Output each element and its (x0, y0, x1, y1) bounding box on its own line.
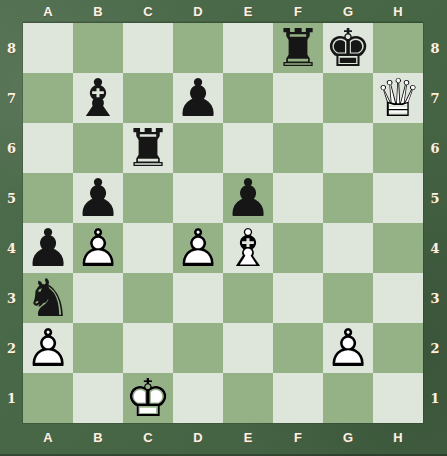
file-label-bottom-e: E (223, 423, 273, 456)
white-piece-outline: ♙ (23, 323, 73, 373)
black-piece-glyph: ♟ (223, 173, 273, 223)
square-a3[interactable]: ♞ (23, 273, 73, 323)
piece-black-pawn[interactable]: ♟ (173, 73, 223, 123)
rank-labels-right: 87654321 (423, 23, 447, 423)
white-piece-outline: ♙ (73, 223, 123, 273)
square-h7[interactable]: ♛♕ (373, 73, 423, 123)
rank-label-left-1: 1 (0, 373, 23, 423)
square-d6[interactable] (173, 123, 223, 173)
piece-black-pawn[interactable]: ♟ (73, 173, 123, 223)
file-label-top-d: D (173, 0, 223, 23)
square-h5[interactable] (373, 173, 423, 223)
chess-board: ♜♚♝♟♛♕♜♟♟♟♟♙♟♙♝♗♞♟♙♟♙♚♔ (23, 23, 423, 423)
square-g1[interactable] (323, 373, 373, 423)
file-label-top-g: G (323, 0, 373, 23)
square-d3[interactable] (173, 273, 223, 323)
white-piece-outline: ♕ (373, 73, 423, 123)
square-a4[interactable]: ♟ (23, 223, 73, 273)
square-f2[interactable] (273, 323, 323, 373)
rank-label-left-8: 8 (0, 23, 23, 73)
piece-white-pawn[interactable]: ♟♙ (73, 223, 123, 273)
square-f7[interactable] (273, 73, 323, 123)
piece-black-knight[interactable]: ♞ (23, 273, 73, 323)
file-label-top-e: E (223, 0, 273, 23)
rank-label-right-1: 1 (423, 373, 447, 423)
square-h6[interactable] (373, 123, 423, 173)
square-a7[interactable] (23, 73, 73, 123)
white-piece-outline: ♗ (223, 223, 273, 273)
black-piece-glyph: ♜ (273, 23, 323, 73)
square-e4[interactable]: ♝♗ (223, 223, 273, 273)
square-c6[interactable]: ♜ (123, 123, 173, 173)
file-label-top-h: H (373, 0, 423, 23)
file-label-top-a: A (23, 0, 73, 23)
file-label-bottom-h: H (373, 423, 423, 456)
square-d5[interactable] (173, 173, 223, 223)
rank-label-right-3: 3 (423, 273, 447, 323)
file-label-top-c: C (123, 0, 173, 23)
white-piece-fill: ♟ (173, 223, 223, 273)
white-piece-fill: ♟ (323, 323, 373, 373)
rank-label-left-4: 4 (0, 223, 23, 273)
black-piece-glyph: ♜ (123, 123, 173, 173)
square-f3[interactable] (273, 273, 323, 323)
file-label-top-f: F (273, 0, 323, 23)
rank-label-right-8: 8 (423, 23, 447, 73)
square-g7[interactable] (323, 73, 373, 123)
white-piece-fill: ♛ (373, 73, 423, 123)
black-piece-glyph: ♟ (173, 73, 223, 123)
rank-label-right-6: 6 (423, 123, 447, 173)
rank-label-right-2: 2 (423, 323, 447, 373)
piece-white-pawn[interactable]: ♟♙ (23, 323, 73, 373)
piece-white-king[interactable]: ♚♔ (123, 373, 173, 423)
rank-label-left-2: 2 (0, 323, 23, 373)
square-d7[interactable]: ♟ (173, 73, 223, 123)
square-a8[interactable] (23, 23, 73, 73)
square-e1[interactable] (223, 373, 273, 423)
file-label-bottom-g: G (323, 423, 373, 456)
piece-black-king[interactable]: ♚ (323, 23, 373, 73)
piece-white-pawn[interactable]: ♟♙ (323, 323, 373, 373)
file-labels-top: ABCDEFGH (23, 0, 423, 23)
black-piece-glyph: ♚ (323, 23, 373, 73)
square-g5[interactable] (323, 173, 373, 223)
file-label-bottom-f: F (273, 423, 323, 456)
square-g3[interactable] (323, 273, 373, 323)
chess-board-widget: ABCDEFGH 87654321 87654321 ABCDEFGH ♜♚♝♟… (0, 0, 447, 456)
black-piece-glyph: ♟ (73, 173, 123, 223)
rank-label-right-7: 7 (423, 73, 447, 123)
square-b4[interactable]: ♟♙ (73, 223, 123, 273)
square-g6[interactable] (323, 123, 373, 173)
black-piece-glyph: ♝ (73, 73, 123, 123)
square-h4[interactable] (373, 223, 423, 273)
piece-black-pawn[interactable]: ♟ (23, 223, 73, 273)
square-f5[interactable] (273, 173, 323, 223)
square-d2[interactable] (173, 323, 223, 373)
square-b6[interactable] (73, 123, 123, 173)
square-c1[interactable]: ♚♔ (123, 373, 173, 423)
square-c4[interactable] (123, 223, 173, 273)
square-a2[interactable]: ♟♙ (23, 323, 73, 373)
white-piece-fill: ♝ (223, 223, 273, 273)
square-d4[interactable]: ♟♙ (173, 223, 223, 273)
file-label-bottom-b: B (73, 423, 123, 456)
piece-white-pawn[interactable]: ♟♙ (173, 223, 223, 273)
piece-black-rook[interactable]: ♜ (273, 23, 323, 73)
square-h3[interactable] (373, 273, 423, 323)
square-b8[interactable] (73, 23, 123, 73)
square-a6[interactable] (23, 123, 73, 173)
square-h2[interactable] (373, 323, 423, 373)
square-d8[interactable] (173, 23, 223, 73)
piece-black-pawn[interactable]: ♟ (223, 173, 273, 223)
piece-black-bishop[interactable]: ♝ (73, 73, 123, 123)
square-c7[interactable] (123, 73, 173, 123)
square-c8[interactable] (123, 23, 173, 73)
rank-labels-left: 87654321 (0, 23, 23, 423)
black-piece-glyph: ♟ (23, 223, 73, 273)
file-label-bottom-c: C (123, 423, 173, 456)
square-a1[interactable] (23, 373, 73, 423)
white-piece-fill: ♚ (123, 373, 173, 423)
square-b2[interactable] (73, 323, 123, 373)
rank-label-right-4: 4 (423, 223, 447, 273)
rank-label-left-5: 5 (0, 173, 23, 223)
white-piece-outline: ♙ (173, 223, 223, 273)
square-a5[interactable] (23, 173, 73, 223)
square-e3[interactable] (223, 273, 273, 323)
square-b5[interactable]: ♟ (73, 173, 123, 223)
square-g2[interactable]: ♟♙ (323, 323, 373, 373)
file-labels-bottom: ABCDEFGH (23, 423, 423, 456)
square-e6[interactable] (223, 123, 273, 173)
rank-label-left-6: 6 (0, 123, 23, 173)
square-b3[interactable] (73, 273, 123, 323)
square-c5[interactable] (123, 173, 173, 223)
square-e2[interactable] (223, 323, 273, 373)
square-f4[interactable] (273, 223, 323, 273)
square-b7[interactable]: ♝ (73, 73, 123, 123)
square-g4[interactable] (323, 223, 373, 273)
square-e5[interactable]: ♟ (223, 173, 273, 223)
white-piece-fill: ♟ (23, 323, 73, 373)
file-label-bottom-a: A (23, 423, 73, 456)
square-h8[interactable] (373, 23, 423, 73)
rank-label-left-7: 7 (0, 73, 23, 123)
square-f6[interactable] (273, 123, 323, 173)
piece-white-bishop[interactable]: ♝♗ (223, 223, 273, 273)
square-f8[interactable]: ♜ (273, 23, 323, 73)
square-g8[interactable]: ♚ (323, 23, 373, 73)
black-piece-glyph: ♞ (23, 273, 73, 323)
file-label-top-b: B (73, 0, 123, 23)
rank-label-right-5: 5 (423, 173, 447, 223)
square-d1[interactable] (173, 373, 223, 423)
square-h1[interactable] (373, 373, 423, 423)
square-b1[interactable] (73, 373, 123, 423)
piece-black-rook[interactable]: ♜ (123, 123, 173, 173)
white-piece-outline: ♙ (323, 323, 373, 373)
white-piece-outline: ♔ (123, 373, 173, 423)
square-c2[interactable] (123, 323, 173, 373)
white-piece-fill: ♟ (73, 223, 123, 273)
piece-white-queen[interactable]: ♛♕ (373, 73, 423, 123)
square-e8[interactable] (223, 23, 273, 73)
square-e7[interactable] (223, 73, 273, 123)
square-f1[interactable] (273, 373, 323, 423)
square-c3[interactable] (123, 273, 173, 323)
rank-label-left-3: 3 (0, 273, 23, 323)
file-label-bottom-d: D (173, 423, 223, 456)
